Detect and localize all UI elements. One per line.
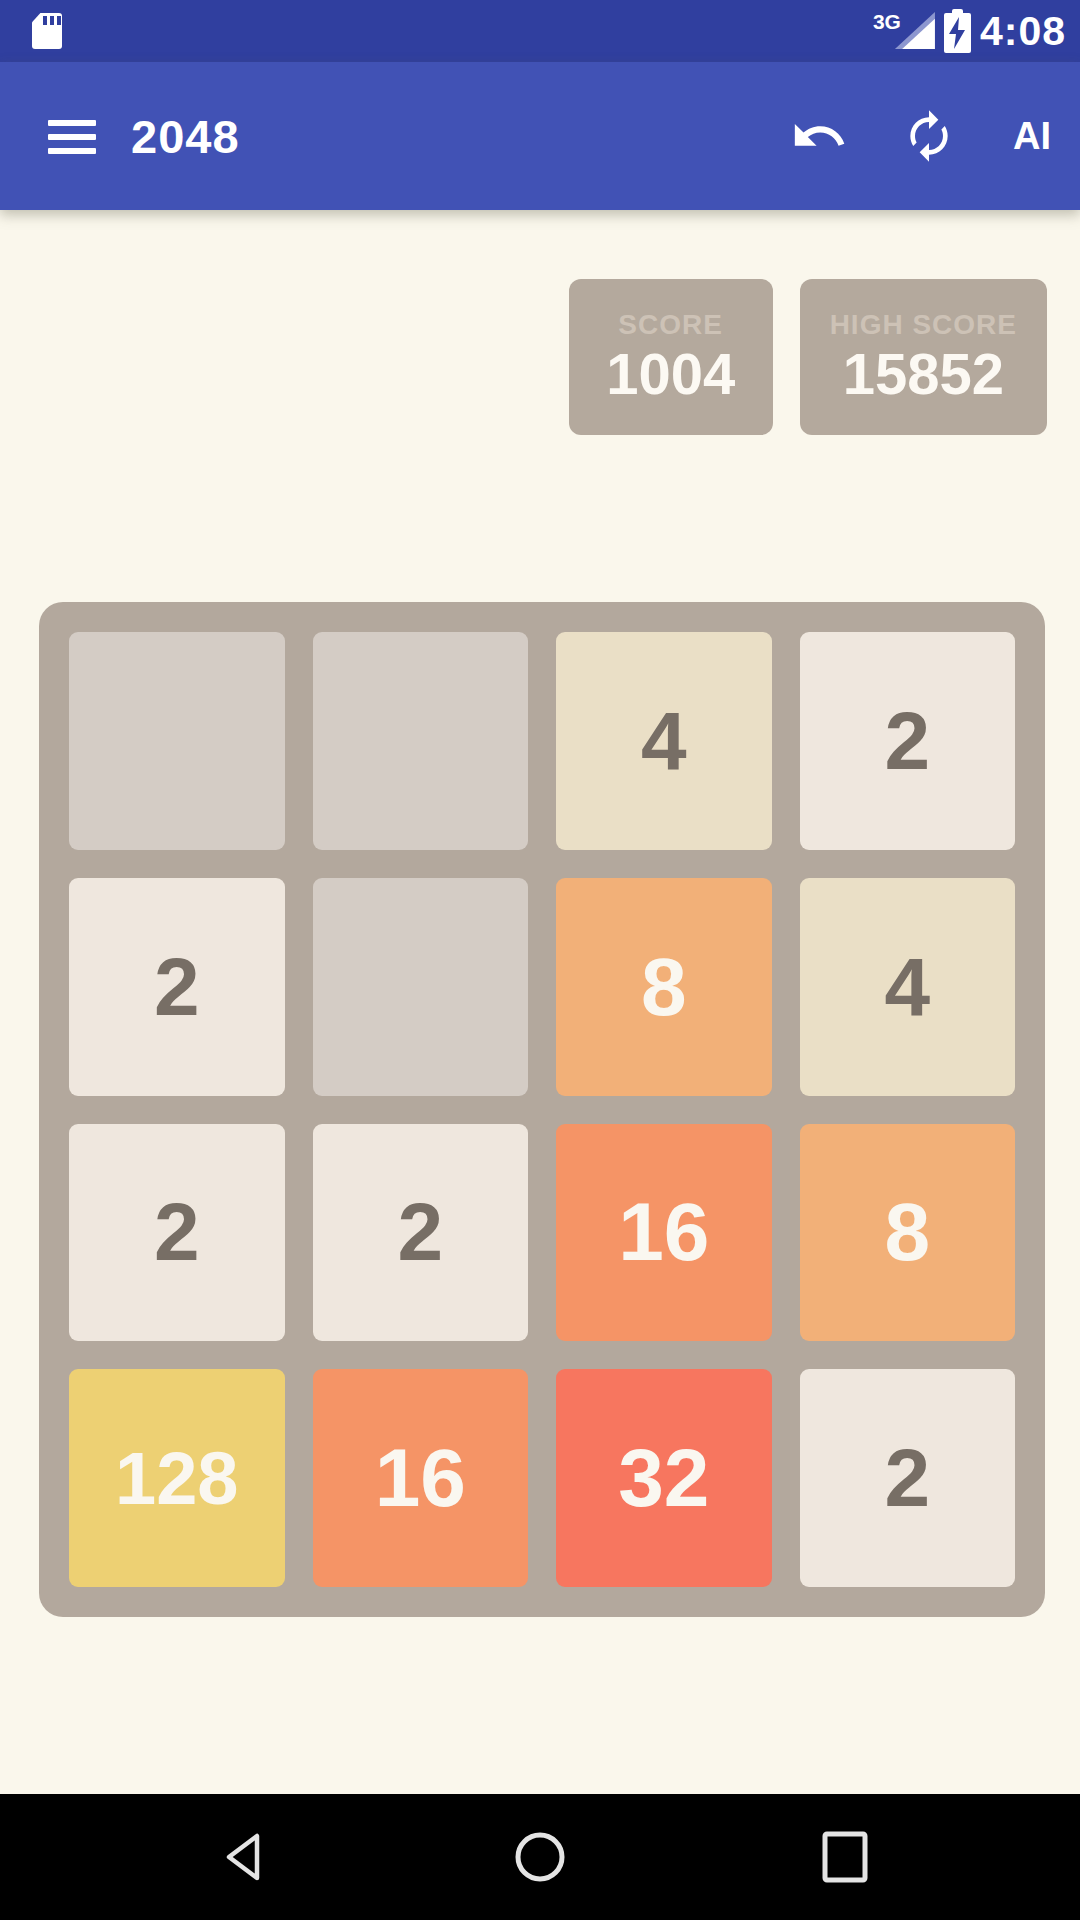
scores: SCORE 1004 HIGH SCORE 15852	[569, 279, 1047, 435]
tile-16-r4c2: 16	[313, 1369, 529, 1587]
back-icon	[222, 1831, 262, 1883]
screen: { "game": "2048", "position": [[0,0,4,2]…	[0, 0, 1080, 1920]
restart-button[interactable]	[874, 62, 984, 210]
recents-icon	[820, 1830, 870, 1884]
tile-32-r4c3: 32	[556, 1369, 772, 1587]
tile-2-r3c1: 2	[69, 1124, 285, 1342]
score-value: 1004	[606, 342, 735, 406]
app-bar: 2048 AI	[0, 62, 1080, 210]
tile-4-r2c4: 4	[800, 878, 1016, 1096]
battery-charging-icon	[944, 9, 971, 53]
network-type-label: 3G	[873, 11, 901, 32]
restart-icon	[901, 108, 957, 164]
tile-128-r4c1: 128	[69, 1369, 285, 1587]
menu-button[interactable]	[48, 103, 96, 169]
status-time: 4:08	[980, 8, 1066, 55]
app-title: 2048	[131, 62, 240, 210]
nav-back-button[interactable]	[194, 1794, 290, 1920]
charging-bolt-icon	[946, 17, 969, 49]
undo-button[interactable]	[764, 62, 874, 210]
score-label: SCORE	[618, 308, 723, 342]
undo-icon	[790, 107, 848, 165]
sdcard-icon	[32, 13, 62, 49]
status-bar: 3G 4:08	[0, 0, 1080, 62]
high-score-label: HIGH SCORE	[830, 308, 1017, 342]
nav-recents-button[interactable]	[797, 1794, 893, 1920]
high-score-value: 15852	[843, 342, 1004, 406]
ai-button[interactable]: AI	[984, 62, 1080, 210]
tile-2-r1c4: 2	[800, 632, 1016, 850]
signal-strength-icon: 3G	[873, 11, 935, 51]
tile-2-r3c2: 2	[313, 1124, 529, 1342]
empty-cell-r1c1	[69, 632, 285, 850]
tile-16-r3c3: 16	[556, 1124, 772, 1342]
navigation-bar	[0, 1794, 1080, 1920]
empty-cell-r1c2	[313, 632, 529, 850]
tile-4-r1c3: 4	[556, 632, 772, 850]
tile-2-r2c1: 2	[69, 878, 285, 1096]
game-board[interactable]: 422842216812816322	[39, 602, 1045, 1617]
empty-cell-r2c2	[313, 878, 529, 1096]
home-icon	[513, 1830, 567, 1884]
tile-2-r4c4: 2	[800, 1369, 1016, 1587]
tile-8-r3c4: 8	[800, 1124, 1016, 1342]
tile-8-r2c3: 8	[556, 878, 772, 1096]
high-score-box: HIGH SCORE 15852	[800, 279, 1047, 435]
score-box: SCORE 1004	[569, 279, 773, 435]
nav-home-button[interactable]	[492, 1794, 588, 1920]
